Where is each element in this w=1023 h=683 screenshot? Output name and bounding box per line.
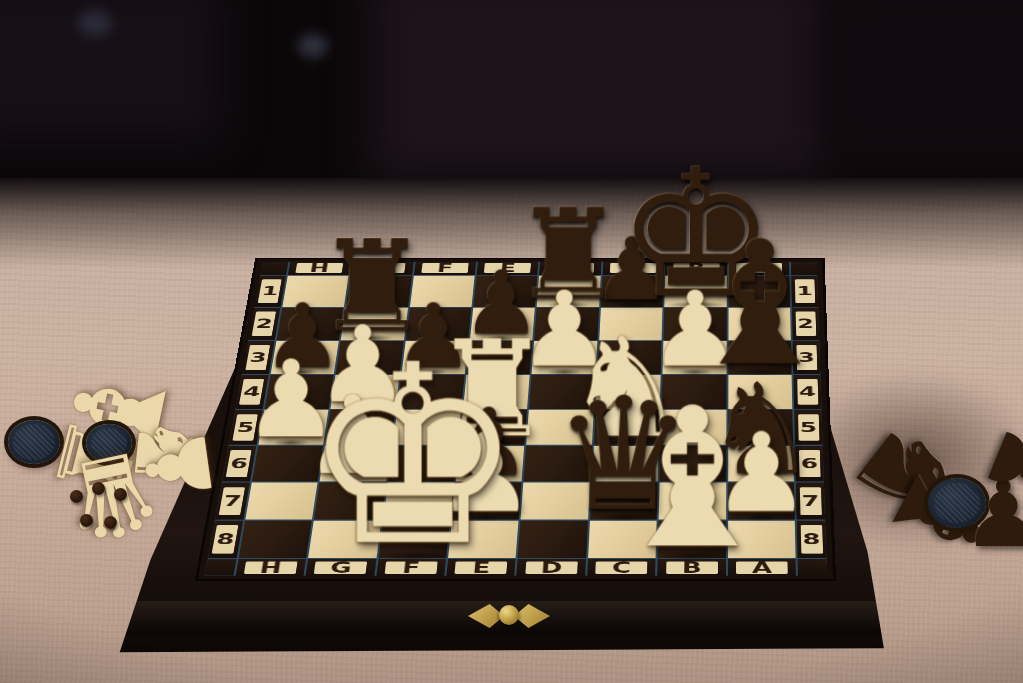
coordinate-plaque: C <box>595 561 647 573</box>
queen-crown-ball <box>70 490 83 503</box>
square-f8[interactable]: ♚ <box>378 521 450 559</box>
square-d8[interactable] <box>518 521 588 559</box>
board-perspective-scene: HGFEDCBA1♜♟♚12♜♟23♟♟♟♟♝34♟45♟♜♞56♟♟♞67♟♛… <box>198 0 821 567</box>
file-label-front-E: E <box>446 559 516 575</box>
coordinate-plaque: D <box>525 561 578 573</box>
file-label-front-G: G <box>306 559 376 575</box>
background-light-glint <box>78 10 112 36</box>
piece-white-king-f8[interactable]: ♚ <box>301 358 523 556</box>
clasp-knob <box>499 605 519 625</box>
queen-crown-ball <box>104 516 117 529</box>
queen-crown-ball <box>92 482 105 495</box>
file-label-front-A: A <box>728 559 796 575</box>
coordinate-plaque: 6 <box>226 450 252 477</box>
photo-stage: HGFEDCBA1♜♟♚12♜♟23♟♟♟♟♝34♟45♟♜♞56♟♟♞67♟♛… <box>0 0 1023 683</box>
file-label-front-C: C <box>587 559 656 575</box>
coordinate-plaque: H <box>244 561 298 573</box>
board-frame-corner <box>798 559 827 575</box>
rank-label-right-8: 8 <box>797 521 826 559</box>
coordinate-plaque: G <box>314 561 368 573</box>
coordinate-plaque: E <box>455 561 508 573</box>
captured-black-pawn-lying-glyph: ♟ <box>978 418 1023 513</box>
captured-black-pawn-lying[interactable]: ♟ <box>986 432 1023 499</box>
chess-board: HGFEDCBA1♜♟♚12♜♟23♟♟♟♟♝34♟45♟♜♞56♟♟♞67♟♛… <box>198 259 833 579</box>
board-frame-corner <box>205 559 237 575</box>
coordinate-plaque: B <box>666 561 718 573</box>
coordinate-plaque: 8 <box>212 525 239 554</box>
file-label-front-F: F <box>376 559 446 575</box>
coordinate-plaque: 8 <box>800 525 822 554</box>
rank-label-left-8: 8 <box>208 521 243 559</box>
coordinate-plaque: A <box>736 561 788 573</box>
queen-crown-ball <box>80 514 93 527</box>
square-b8[interactable]: ♝ <box>658 521 726 559</box>
board-frame-corner <box>260 262 288 275</box>
file-label-front-D: D <box>517 559 586 575</box>
file-label-front-B: B <box>657 559 725 575</box>
clasp-right-wing <box>514 604 550 628</box>
piece-white-bishop-b8[interactable]: ♝ <box>605 401 778 556</box>
brass-clasp-ornament <box>466 597 552 635</box>
blurred-furniture-background-right <box>830 0 1023 170</box>
coordinate-plaque: F <box>384 561 437 573</box>
queen-crown-ball <box>114 488 127 501</box>
piece-black-bishop-a3[interactable]: ♝ <box>683 235 837 372</box>
file-label-front-H: H <box>235 559 306 575</box>
